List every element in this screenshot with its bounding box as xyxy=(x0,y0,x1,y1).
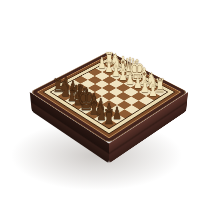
chess-set-product-photo: ♜♞♝♛♚♝♞♜♟♟♟♟♟♟♟♟♟♟♟♟♟♟♟♟♜♞♝♛♚♝♞♜ xyxy=(0,0,200,200)
